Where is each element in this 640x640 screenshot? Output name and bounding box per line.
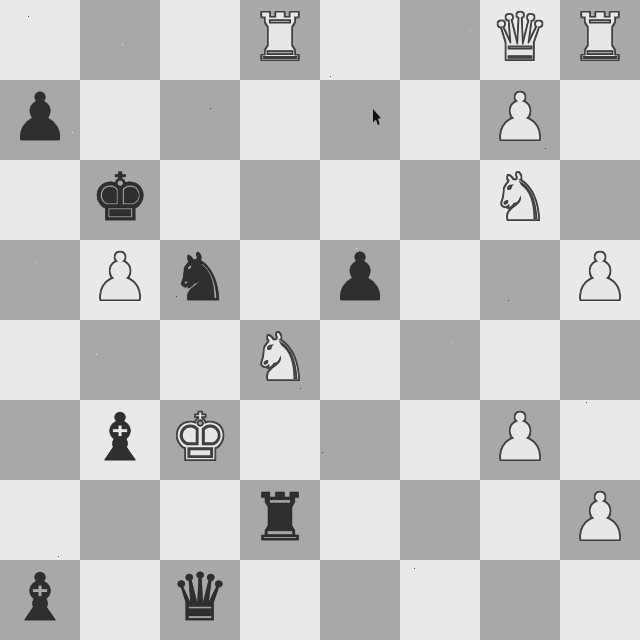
square-g6[interactable]: ♞ [480,160,560,240]
square-c3[interactable]: ♚ [160,400,240,480]
square-g5[interactable] [480,240,560,320]
square-g7[interactable]: ♟ [480,80,560,160]
square-a6[interactable] [0,160,80,240]
square-e7[interactable] [320,80,400,160]
square-c8[interactable] [160,0,240,80]
black-rook-d2[interactable]: ♜ [250,485,309,551]
white-knight-g6[interactable]: ♞ [490,165,549,231]
square-h6[interactable] [560,160,640,240]
square-g8[interactable]: ♛ [480,0,560,80]
white-knight-d4[interactable]: ♞ [250,325,309,391]
white-pawn-g7[interactable]: ♟ [490,85,549,151]
square-e2[interactable] [320,480,400,560]
square-g4[interactable] [480,320,560,400]
square-d6[interactable] [240,160,320,240]
square-d2[interactable]: ♜ [240,480,320,560]
square-e5[interactable]: ♟ [320,240,400,320]
white-king-c3[interactable]: ♚ [170,405,229,471]
square-h4[interactable] [560,320,640,400]
white-queen-g8[interactable]: ♛ [490,5,549,71]
square-d3[interactable] [240,400,320,480]
black-pawn-e5[interactable]: ♟ [330,245,389,311]
square-c6[interactable] [160,160,240,240]
square-g3[interactable]: ♟ [480,400,560,480]
black-queen-c1[interactable]: ♛ [170,565,229,631]
white-rook-h8[interactable]: ♜ [570,5,629,71]
square-c7[interactable] [160,80,240,160]
square-h3[interactable] [560,400,640,480]
square-d5[interactable] [240,240,320,320]
black-king-b6[interactable]: ♚ [90,165,149,231]
square-h8[interactable]: ♜ [560,0,640,80]
square-f7[interactable] [400,80,480,160]
chess-board-window: ♜♛♜♟♟♚♞♟♞♟♟♞♝♚♟♜♟♝♛ [0,0,640,640]
square-g1[interactable] [480,560,560,640]
square-f3[interactable] [400,400,480,480]
square-c4[interactable] [160,320,240,400]
square-a8[interactable] [0,0,80,80]
square-b3[interactable]: ♝ [80,400,160,480]
square-f5[interactable] [400,240,480,320]
square-e6[interactable] [320,160,400,240]
square-b2[interactable] [80,480,160,560]
square-a7[interactable]: ♟ [0,80,80,160]
white-pawn-b5[interactable]: ♟ [90,245,149,311]
square-c1[interactable]: ♛ [160,560,240,640]
square-d7[interactable] [240,80,320,160]
square-b8[interactable] [80,0,160,80]
square-a1[interactable]: ♝ [0,560,80,640]
square-a3[interactable] [0,400,80,480]
square-d4[interactable]: ♞ [240,320,320,400]
white-rook-d8[interactable]: ♜ [250,5,309,71]
square-h2[interactable]: ♟ [560,480,640,560]
square-h7[interactable] [560,80,640,160]
square-g2[interactable] [480,480,560,560]
square-a2[interactable] [0,480,80,560]
white-pawn-g3[interactable]: ♟ [490,405,549,471]
black-pawn-a7[interactable]: ♟ [10,85,69,151]
white-pawn-h2[interactable]: ♟ [570,485,629,551]
square-a4[interactable] [0,320,80,400]
black-bishop-a1[interactable]: ♝ [10,565,69,631]
square-h5[interactable]: ♟ [560,240,640,320]
square-h1[interactable] [560,560,640,640]
square-f2[interactable] [400,480,480,560]
square-f1[interactable] [400,560,480,640]
black-knight-c5[interactable]: ♞ [170,245,229,311]
square-e3[interactable] [320,400,400,480]
square-b6[interactable]: ♚ [80,160,160,240]
square-d8[interactable]: ♜ [240,0,320,80]
square-f4[interactable] [400,320,480,400]
square-f8[interactable] [400,0,480,80]
square-f6[interactable] [400,160,480,240]
square-c2[interactable] [160,480,240,560]
square-c5[interactable]: ♞ [160,240,240,320]
chess-board[interactable]: ♜♛♜♟♟♚♞♟♞♟♟♞♝♚♟♜♟♝♛ [0,0,640,640]
square-e4[interactable] [320,320,400,400]
square-b5[interactable]: ♟ [80,240,160,320]
square-e1[interactable] [320,560,400,640]
black-bishop-b3[interactable]: ♝ [90,405,149,471]
white-pawn-h5[interactable]: ♟ [570,245,629,311]
square-e8[interactable] [320,0,400,80]
square-d1[interactable] [240,560,320,640]
square-b4[interactable] [80,320,160,400]
square-b7[interactable] [80,80,160,160]
square-a5[interactable] [0,240,80,320]
square-b1[interactable] [80,560,160,640]
